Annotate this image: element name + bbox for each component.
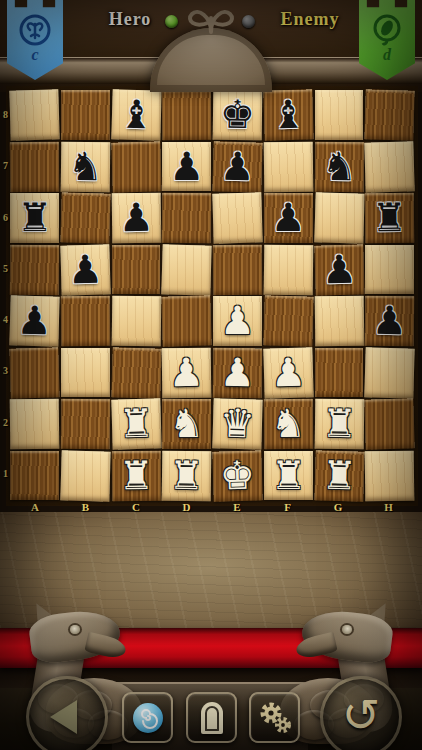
square-d1[interactable]: ♜	[162, 450, 211, 500]
square-b1[interactable]	[60, 450, 110, 501]
square-e1[interactable]: ♚	[212, 450, 262, 501]
black-pawn: ♟	[162, 142, 211, 192]
white-rook: ♜	[314, 399, 363, 449]
black-king: ♚	[213, 90, 262, 140]
square-d8[interactable]	[162, 90, 211, 140]
white-rook: ♜	[111, 450, 160, 500]
square-h1[interactable]	[365, 450, 414, 500]
rank-label-3: 3	[1, 365, 10, 376]
square-d5[interactable]	[162, 244, 212, 295]
black-rook: ♜	[10, 193, 59, 243]
file-label-d: D	[181, 501, 193, 513]
black-rook: ♜	[365, 193, 414, 243]
black-pawn: ♟	[60, 244, 110, 295]
rank-label-4: 4	[1, 314, 10, 325]
square-f7[interactable]	[263, 141, 312, 191]
left-triangle-icon	[50, 700, 77, 734]
square-g8[interactable]	[315, 90, 364, 140]
square-b6[interactable]	[60, 192, 110, 243]
square-b8[interactable]	[61, 90, 110, 140]
square-e8[interactable]: ♚	[213, 90, 262, 140]
door-arch-icon	[201, 702, 223, 734]
back-button[interactable]	[26, 676, 108, 750]
square-g1[interactable]: ♜	[314, 450, 364, 501]
rank-label-6: 6	[1, 212, 10, 223]
stone-parchment-panel	[0, 512, 422, 632]
file-label-b: B	[80, 501, 92, 513]
white-rook: ♜	[314, 450, 364, 501]
square-d7[interactable]: ♟	[162, 142, 211, 192]
enemy-banner: d	[359, 0, 415, 80]
square-c5[interactable]	[112, 245, 161, 295]
file-label-e: E	[231, 501, 243, 513]
hero-banner-letter: c	[31, 48, 38, 62]
white-pawn: ♟	[162, 347, 211, 397]
file-label-h: H	[383, 501, 395, 513]
square-a6[interactable]: ♜	[10, 193, 59, 243]
hero-player-name: Hero	[98, 9, 162, 30]
square-d2[interactable]: ♞	[162, 399, 211, 449]
square-a7[interactable]	[10, 141, 59, 191]
red-ribbon	[0, 628, 422, 668]
hero-banner: c	[7, 0, 63, 80]
white-pawn: ♟	[213, 296, 262, 346]
square-e3[interactable]: ♟	[213, 347, 262, 397]
square-a8[interactable]	[9, 89, 59, 140]
white-pawn: ♟	[213, 347, 262, 397]
hero-turn-indicator	[165, 15, 178, 28]
enemy-turn-indicator	[242, 15, 255, 28]
file-label-g: G	[332, 501, 344, 513]
square-d3[interactable]: ♟	[162, 347, 211, 397]
rank-label-8: 8	[1, 109, 10, 120]
file-label-c: C	[130, 501, 142, 513]
square-b4[interactable]	[60, 296, 109, 346]
square-g3[interactable]	[315, 348, 364, 398]
white-rook: ♜	[162, 450, 211, 500]
square-h6[interactable]: ♜	[365, 193, 414, 243]
eagle-crest-icon	[17, 12, 53, 48]
square-b7[interactable]: ♞	[60, 141, 109, 191]
crystal-ball-icon	[133, 703, 163, 733]
square-e7[interactable]: ♟	[212, 141, 262, 192]
square-a2[interactable]	[10, 399, 59, 449]
square-c2[interactable]: ♜	[111, 398, 161, 449]
undo-button[interactable]: ↺	[320, 676, 402, 750]
white-queen: ♛	[212, 398, 262, 449]
black-bishop: ♝	[263, 89, 313, 140]
chess-board: ♝♚♝♞♟♟♞♜♟♟♜♟♟♟♟♟♟♟♟♜♞♛♞♜♜♜♚♜♜	[10, 90, 414, 500]
square-d6[interactable]	[162, 193, 211, 243]
square-f6[interactable]: ♟	[264, 193, 313, 243]
white-king: ♚	[212, 450, 262, 501]
black-knight: ♞	[314, 141, 363, 191]
square-c6[interactable]: ♟	[111, 193, 160, 243]
square-c7[interactable]	[111, 141, 161, 192]
square-f3[interactable]: ♟	[263, 347, 313, 398]
white-rook: ♜	[111, 398, 161, 449]
black-pawn: ♟	[365, 296, 414, 346]
square-d4[interactable]	[162, 295, 212, 346]
circular-arrow-icon: ↺	[342, 692, 381, 738]
enemy-banner-letter: d	[383, 48, 391, 62]
square-h8[interactable]	[365, 89, 415, 140]
square-f5[interactable]	[263, 244, 312, 294]
square-h4[interactable]: ♟	[365, 296, 414, 346]
exit-button[interactable]	[186, 692, 237, 743]
enemy-player-name: Enemy	[276, 9, 344, 30]
square-a1[interactable]	[10, 451, 59, 501]
rank-label-2: 2	[1, 417, 10, 428]
scroll-ornament-icon	[179, 4, 243, 38]
leaf-crest-icon	[369, 12, 405, 48]
white-pawn: ♟	[263, 347, 313, 398]
white-rook: ♜	[264, 451, 313, 501]
square-f4[interactable]	[263, 295, 313, 346]
settings-button[interactable]	[249, 692, 300, 743]
square-g5[interactable]: ♟	[314, 244, 364, 295]
square-f1[interactable]: ♜	[264, 451, 313, 501]
square-b3[interactable]	[61, 348, 110, 398]
gears-icon	[257, 701, 293, 735]
square-h3[interactable]	[365, 347, 415, 398]
black-pawn: ♟	[212, 141, 262, 192]
black-pawn: ♟	[314, 244, 364, 295]
square-f8[interactable]: ♝	[263, 89, 313, 140]
square-h7[interactable]	[365, 141, 415, 192]
hint-button[interactable]	[122, 692, 173, 743]
file-label-f: F	[282, 501, 294, 513]
square-h5[interactable]	[365, 245, 414, 295]
square-b5[interactable]: ♟	[60, 244, 110, 295]
rank-label-5: 5	[1, 263, 10, 274]
rank-label-7: 7	[1, 160, 10, 171]
square-b2[interactable]	[60, 399, 109, 449]
square-g6[interactable]	[314, 192, 364, 243]
square-c1[interactable]: ♜	[111, 450, 160, 500]
file-label-a: A	[29, 501, 41, 513]
square-h2[interactable]	[365, 398, 415, 449]
square-g4[interactable]	[314, 296, 363, 346]
black-bishop: ♝	[111, 89, 161, 140]
square-c8[interactable]: ♝	[111, 89, 161, 140]
square-a4[interactable]: ♟	[9, 295, 59, 346]
square-e5[interactable]	[213, 244, 262, 294]
square-e2[interactable]: ♛	[212, 398, 262, 449]
white-knight: ♞	[162, 399, 211, 449]
square-f2[interactable]: ♞	[263, 399, 312, 449]
square-a5[interactable]	[10, 244, 59, 294]
square-a3[interactable]	[9, 347, 59, 398]
rank-label-1: 1	[1, 468, 10, 479]
black-pawn: ♟	[264, 193, 313, 243]
square-c4[interactable]	[111, 296, 160, 346]
game-screen: c d Hero Enemy ♝♚♝♞♟♟♞♜♟♟♜♟♟♟♟♟♟♟♟♜♞♛♞♜♜…	[0, 0, 422, 750]
black-pawn: ♟	[9, 295, 59, 346]
square-g2[interactable]: ♜	[314, 399, 363, 449]
square-e4[interactable]: ♟	[213, 296, 262, 346]
square-c3[interactable]	[111, 347, 161, 398]
square-g7[interactable]: ♞	[314, 141, 363, 191]
black-pawn: ♟	[111, 193, 160, 243]
white-knight: ♞	[263, 399, 312, 449]
square-e6[interactable]	[212, 192, 262, 243]
black-knight: ♞	[60, 141, 109, 191]
